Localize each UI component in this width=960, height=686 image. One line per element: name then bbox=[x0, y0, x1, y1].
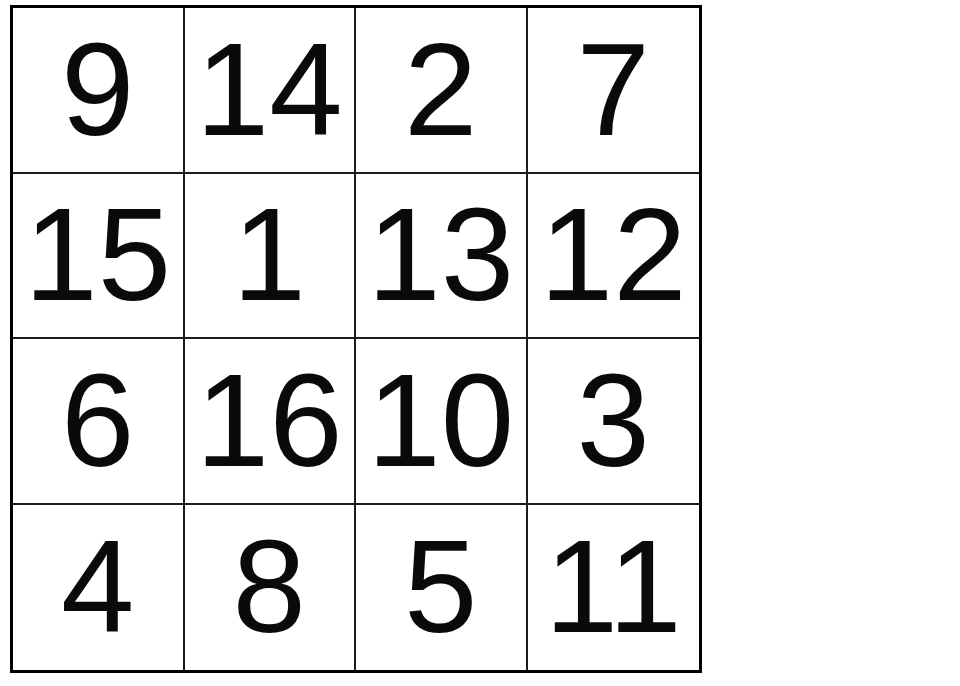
grid-cell-r1c3[interactable]: 2 bbox=[356, 8, 528, 174]
grid-cell-r4c1[interactable]: 4 bbox=[13, 505, 185, 671]
grid-cell-r2c1[interactable]: 15 bbox=[13, 174, 185, 340]
grid-cell-r2c4[interactable]: 12 bbox=[528, 174, 700, 340]
grid-cell-r3c2[interactable]: 16 bbox=[185, 339, 357, 505]
grid-cell-r3c1[interactable]: 6 bbox=[13, 339, 185, 505]
grid-cell-r4c4[interactable]: 11 bbox=[528, 505, 700, 671]
grid-cell-r1c4[interactable]: 7 bbox=[528, 8, 700, 174]
grid-cell-r2c2[interactable]: 1 bbox=[185, 174, 357, 340]
grid-cell-r4c3[interactable]: 5 bbox=[356, 505, 528, 671]
grid-cell-r3c4[interactable]: 3 bbox=[528, 339, 700, 505]
grid-cell-r1c2[interactable]: 14 bbox=[185, 8, 357, 174]
grid-cell-r3c3[interactable]: 10 bbox=[356, 339, 528, 505]
page-background: { "game": "schulte-table", "description"… bbox=[0, 0, 960, 686]
number-grid-board: 91427151131261610348511 bbox=[10, 5, 702, 673]
grid-cell-r1c1[interactable]: 9 bbox=[13, 8, 185, 174]
grid-cell-r2c3[interactable]: 13 bbox=[356, 174, 528, 340]
grid-cell-r4c2[interactable]: 8 bbox=[185, 505, 357, 671]
